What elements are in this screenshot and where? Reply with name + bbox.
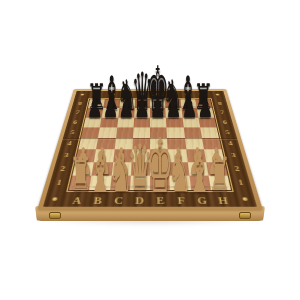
piece-black-pawn[interactable]: ♟ <box>118 93 134 122</box>
piece-black-pawn[interactable]: ♟ <box>134 93 150 122</box>
chess-set-photo: ABCDEFGH ABCDEFGH 87654321 87654321 ♜♝♞♛… <box>0 0 300 300</box>
piece-black-pawn[interactable]: ♟ <box>197 93 213 122</box>
piece-black-pawn[interactable]: ♟ <box>150 93 166 122</box>
piece-black-pawn[interactable]: ♟ <box>181 93 197 122</box>
piece-black-pawn[interactable]: ♟ <box>87 93 103 122</box>
piece-black-pawn[interactable]: ♟ <box>166 93 182 122</box>
pieces-layer: ♜♝♞♛♚♞♝♜♟♟♟♟♟♟♟♟♟♟♟♟♟♟♟♟♜♝♞♛♚♞♝♜ <box>0 0 300 300</box>
piece-white-rook[interactable]: ♜ <box>208 151 231 197</box>
piece-black-pawn[interactable]: ♟ <box>102 93 118 122</box>
